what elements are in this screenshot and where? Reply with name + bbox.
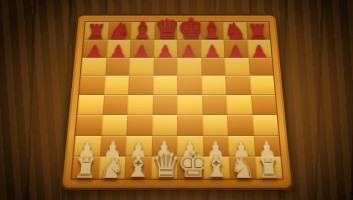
board-perspective-wrapper: ♜♞♝♛♚♝♞♜♟♟♟♟♟♟♟♟♟♟♟♟♟♟♟♟♜♞♝♛♚♝♞♜ [59,14,294,190]
square-d4[interactable] [152,95,177,115]
square-b5[interactable] [103,76,128,95]
square-a7[interactable]: ♟ [82,39,107,57]
square-b7[interactable]: ♟ [106,39,130,57]
square-h4[interactable] [250,95,276,115]
square-a1[interactable]: ♜ [71,157,99,179]
square-g4[interactable] [226,95,252,115]
square-b3[interactable] [100,115,126,136]
square-f6[interactable] [200,57,224,76]
square-b6[interactable] [104,57,129,76]
square-h8[interactable]: ♜ [245,22,269,39]
square-g7[interactable]: ♟ [223,39,247,57]
square-h6[interactable] [247,57,272,76]
square-e7[interactable]: ♟ [177,39,201,57]
square-g5[interactable] [225,76,250,95]
piece-cream-queen-d1[interactable]: ♛ [150,148,176,182]
piece-cream-bishop-c1[interactable]: ♝ [124,152,151,182]
square-h1[interactable]: ♜ [254,157,282,179]
square-a6[interactable] [80,57,105,76]
piece-cream-bishop-f1[interactable]: ♝ [202,152,229,182]
square-c7[interactable]: ♟ [129,39,153,57]
square-d5[interactable] [152,76,177,95]
square-c5[interactable] [128,76,153,95]
square-d7[interactable]: ♟ [153,39,177,57]
piece-red-queen-d8[interactable]: ♛ [153,15,176,42]
square-e3[interactable] [177,115,202,136]
piece-cream-knight-b1[interactable]: ♞ [97,153,125,182]
wood-table-background: ♜♞♝♛♚♝♞♜♟♟♟♟♟♟♟♟♟♟♟♟♟♟♟♟♜♞♝♛♚♝♞♜ [0,0,353,200]
square-d1[interactable]: ♛ [150,157,176,179]
square-d6[interactable] [152,57,176,76]
piece-cream-king-e1[interactable]: ♚ [177,146,203,182]
square-g6[interactable] [224,57,249,76]
square-c8[interactable]: ♝ [130,22,154,39]
square-d3[interactable] [151,115,176,136]
square-a3[interactable] [75,115,102,136]
square-e6[interactable] [177,57,201,76]
square-g3[interactable] [226,115,252,136]
square-e4[interactable] [177,95,202,115]
piece-cream-knight-g1[interactable]: ♞ [228,153,256,182]
square-e8[interactable]: ♚ [177,22,200,39]
square-c1[interactable]: ♝ [124,157,151,179]
piece-cream-rook-a1[interactable]: ♜ [71,155,99,182]
square-h3[interactable] [251,115,278,136]
square-c3[interactable] [126,115,152,136]
square-b4[interactable] [102,95,128,115]
square-e5[interactable] [177,76,202,95]
square-e1[interactable]: ♚ [177,157,203,179]
square-f5[interactable] [201,76,226,95]
square-b8[interactable]: ♞ [107,22,131,39]
square-c4[interactable] [127,95,152,115]
square-f4[interactable] [201,95,226,115]
square-a4[interactable] [77,95,103,115]
square-g8[interactable]: ♞ [222,22,246,39]
chess-board: ♜♞♝♛♚♝♞♜♟♟♟♟♟♟♟♟♟♟♟♟♟♟♟♟♜♞♝♛♚♝♞♜ [70,21,283,180]
square-h7[interactable]: ♟ [246,39,271,57]
square-f7[interactable]: ♟ [200,39,224,57]
square-b1[interactable]: ♞ [97,157,124,179]
square-f8[interactable]: ♝ [199,22,223,39]
piece-cream-rook-h1[interactable]: ♜ [254,155,282,182]
square-c6[interactable] [128,57,152,76]
square-f3[interactable] [201,115,227,136]
square-f1[interactable]: ♝ [202,157,229,179]
chess-board-frame: ♜♞♝♛♚♝♞♜♟♟♟♟♟♟♟♟♟♟♟♟♟♟♟♟♜♞♝♛♚♝♞♜ [59,14,294,190]
piece-red-king-e8[interactable]: ♚ [177,14,200,42]
square-d8[interactable]: ♛ [153,22,176,39]
square-g1[interactable]: ♞ [228,157,255,179]
square-a5[interactable] [79,76,105,95]
square-h5[interactable] [249,76,275,95]
square-a8[interactable]: ♜ [83,22,107,39]
